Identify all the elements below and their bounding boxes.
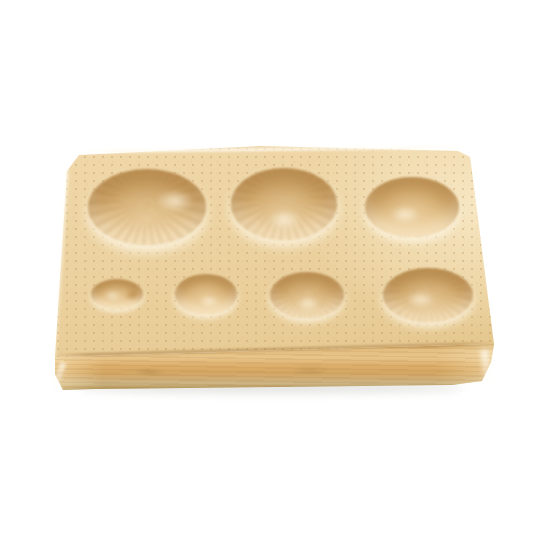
pit-bottom-2 bbox=[175, 274, 237, 314]
pit-top-3 bbox=[365, 177, 459, 237]
specular-highlight bbox=[400, 288, 441, 311]
specular-highlight bbox=[383, 202, 426, 227]
wooden-pit-board bbox=[0, 0, 550, 550]
specular-highlight bbox=[195, 293, 224, 310]
specular-highlight bbox=[148, 185, 202, 217]
pit-grid bbox=[0, 0, 550, 550]
pit-bottom-1 bbox=[91, 279, 143, 309]
pit-bottom-3 bbox=[270, 272, 344, 318]
wood-knot-spot bbox=[121, 286, 144, 304]
specular-highlight bbox=[260, 205, 309, 235]
specular-highlight bbox=[291, 294, 325, 313]
pit-bottom-4 bbox=[383, 268, 473, 322]
pit-top-2 bbox=[231, 168, 337, 240]
pit-top-1 bbox=[88, 169, 206, 245]
